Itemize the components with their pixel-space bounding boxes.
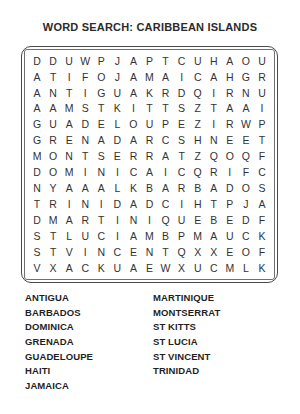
grid-cell: H [206, 53, 222, 69]
grid-cell: C [109, 244, 125, 260]
grid-cell: I [158, 165, 174, 181]
grid-cell: N [141, 244, 157, 260]
grid-cell: U [61, 53, 77, 69]
grid-cell: R [222, 85, 238, 101]
grid-cell: G [93, 85, 109, 101]
grid-cell: R [254, 69, 270, 85]
grid-cell: D [238, 212, 254, 228]
grid-cell: I [109, 165, 125, 181]
grid-cell: O [45, 165, 61, 181]
grid-cell: D [222, 180, 238, 196]
grid-cell: I [77, 85, 93, 101]
grid-cell: P [158, 117, 174, 133]
grid-cell: N [93, 244, 109, 260]
grid-cell: T [158, 101, 174, 117]
grid-cell: R [174, 180, 190, 196]
grid-cell: D [29, 212, 45, 228]
grid-cell: A [222, 101, 238, 117]
grid-cell: I [77, 244, 93, 260]
grid-cell: R [125, 149, 141, 165]
grid-cell: T [206, 196, 222, 212]
grid-cell: C [254, 165, 270, 181]
grid-cell: P [222, 196, 238, 212]
grid-cell: N [61, 149, 77, 165]
grid-cell: N [125, 212, 141, 228]
grid-cell: M [190, 228, 206, 244]
grid-cell: Q [238, 149, 254, 165]
grid-cell: R [77, 212, 93, 228]
grid-cell: R [206, 165, 222, 181]
grid-cell: X [190, 244, 206, 260]
grid-cell: I [61, 196, 77, 212]
grid-cell: T [254, 133, 270, 149]
grid-cell: E [125, 244, 141, 260]
grid-cell: X [206, 244, 222, 260]
grid-cell: I [174, 196, 190, 212]
grid-cell: D [45, 53, 61, 69]
grid-cell: N [206, 133, 222, 149]
grid-cell: L [61, 228, 77, 244]
puzzle-grid-frame: DDUWPJAPTCUHAOUATIFOJAMAICAHGRANTIGUAKRD… [21, 46, 278, 283]
grid-cell: I [93, 196, 109, 212]
grid-cell: T [158, 53, 174, 69]
grid-cell: U [190, 260, 206, 276]
grid-cell: A [222, 53, 238, 69]
word-list-item: MARTINIQUE [153, 291, 220, 306]
grid-cell: E [109, 149, 125, 165]
grid-cell: G [29, 133, 45, 149]
grid-cell: S [254, 180, 270, 196]
grid-cell: F [77, 69, 93, 85]
grid-cell: T [29, 196, 45, 212]
grid-cell: R [222, 117, 238, 133]
grid-cell: C [174, 53, 190, 69]
word-list-item: ANTIGUA [25, 291, 93, 306]
grid-cell: O [125, 117, 141, 133]
grid-cell: Z [190, 117, 206, 133]
grid-cell: S [93, 149, 109, 165]
grid-cell: A [125, 196, 141, 212]
word-list-item: ST LUCIA [153, 335, 220, 350]
grid-cell: M [61, 165, 77, 181]
grid-cell: A [77, 180, 93, 196]
grid-cell: Q [174, 244, 190, 260]
grid-cell: U [254, 53, 270, 69]
grid-cell: F [238, 165, 254, 181]
grid-cell: D [29, 53, 45, 69]
grid-cell: U [109, 260, 125, 276]
grid-cell: A [93, 133, 109, 149]
grid-cell: H [222, 69, 238, 85]
grid-cell: W [158, 260, 174, 276]
grid-cell: A [125, 69, 141, 85]
grid-cell: D [174, 85, 190, 101]
grid-cell: A [158, 149, 174, 165]
grid-cell: A [254, 196, 270, 212]
word-list-item: HAITI [25, 364, 93, 379]
grid-cell: A [29, 69, 45, 85]
grid-cell: B [190, 180, 206, 196]
grid-cell: D [29, 165, 45, 181]
grid-cell: A [29, 85, 45, 101]
grid-cell: T [93, 101, 109, 117]
grid-cell: H [190, 196, 206, 212]
grid-cell: A [93, 180, 109, 196]
grid-cell: R [141, 133, 157, 149]
word-search-page: WORD SEARCH: CARIBBEAN ISLANDS DDUWPJAPT… [0, 0, 300, 414]
puzzle-grid-inner-frame: DDUWPJAPTCUHAOUATIFOJAMAICAHGRANTIGUAKRD… [24, 49, 275, 280]
grid-cell: Q [206, 149, 222, 165]
grid-cell: O [238, 244, 254, 260]
grid-cell: B [141, 180, 157, 196]
grid-cell: P [254, 117, 270, 133]
grid-cell: E [174, 117, 190, 133]
grid-cell: P [93, 53, 109, 69]
grid-cell: P [174, 228, 190, 244]
grid-cell: W [238, 117, 254, 133]
grid-cell: M [29, 149, 45, 165]
grid-cell: X [174, 260, 190, 276]
grid-cell: I [174, 69, 190, 85]
grid-cell: T [206, 101, 222, 117]
grid-cell: L [109, 117, 125, 133]
word-list-item: GUADELOUPE [25, 350, 93, 365]
grid-cell: T [77, 149, 93, 165]
grid-cell: T [174, 149, 190, 165]
grid-cell: S [174, 101, 190, 117]
letter-grid: DDUWPJAPTCUHAOUATIFOJAMAICAHGRANTIGUAKRD… [29, 53, 270, 276]
grid-cell: E [93, 117, 109, 133]
grid-cell: C [238, 228, 254, 244]
grid-cell: U [254, 85, 270, 101]
grid-cell: A [158, 180, 174, 196]
grid-cell: T [45, 228, 61, 244]
word-list-left-column: ANTIGUABARBADOSDOMINICAGRENADAGUADELOUPE… [25, 291, 93, 394]
grid-cell: Q [158, 212, 174, 228]
grid-cell: O [45, 149, 61, 165]
grid-cell: C [77, 260, 93, 276]
grid-cell: I [222, 165, 238, 181]
grid-cell: A [125, 260, 141, 276]
grid-cell: V [61, 244, 77, 260]
grid-cell: I [141, 212, 157, 228]
grid-cell: S [174, 133, 190, 149]
grid-cell: A [61, 180, 77, 196]
grid-cell: W [77, 53, 93, 69]
grid-cell: D [109, 196, 125, 212]
grid-cell: C [174, 165, 190, 181]
grid-cell: T [45, 244, 61, 260]
grid-cell: O [238, 180, 254, 196]
grid-cell: E [190, 212, 206, 228]
grid-cell: C [158, 196, 174, 212]
grid-cell: H [190, 133, 206, 149]
grid-cell: D [77, 117, 93, 133]
grid-cell: A [61, 117, 77, 133]
grid-cell: K [254, 260, 270, 276]
grid-cell: C [206, 260, 222, 276]
grid-cell: Q [190, 165, 206, 181]
grid-cell: E [222, 133, 238, 149]
grid-cell: S [77, 101, 93, 117]
grid-cell: E [238, 133, 254, 149]
grid-cell: I [125, 101, 141, 117]
grid-cell: T [45, 69, 61, 85]
grid-cell: A [61, 260, 77, 276]
grid-cell: R [158, 85, 174, 101]
grid-cell: I [61, 69, 77, 85]
grid-cell: X [45, 260, 61, 276]
grid-cell: A [158, 69, 174, 85]
grid-cell: L [109, 180, 125, 196]
grid-cell: U [141, 117, 157, 133]
grid-cell: G [238, 69, 254, 85]
grid-cell: N [93, 165, 109, 181]
grid-cell: K [141, 85, 157, 101]
grid-cell: O [238, 53, 254, 69]
grid-cell: N [77, 196, 93, 212]
grid-cell: I [206, 117, 222, 133]
grid-cell: B [158, 228, 174, 244]
grid-cell: I [109, 228, 125, 244]
grid-cell: F [254, 212, 270, 228]
grid-cell: E [222, 244, 238, 260]
grid-cell: C [190, 69, 206, 85]
word-list-item: MONTSERRAT [153, 306, 220, 321]
grid-cell: A [125, 228, 141, 244]
word-list-item: ST KITTS [153, 320, 220, 335]
grid-cell: F [254, 244, 270, 260]
grid-cell: E [141, 260, 157, 276]
grid-cell: T [158, 244, 174, 260]
grid-cell: Y [45, 180, 61, 196]
grid-cell: I [254, 101, 270, 117]
grid-cell: Q [190, 85, 206, 101]
word-list-item: JAMAICA [25, 379, 93, 394]
grid-cell: K [93, 260, 109, 276]
grid-cell: B [206, 212, 222, 228]
grid-cell: A [125, 133, 141, 149]
grid-cell: V [29, 260, 45, 276]
grid-cell: N [29, 180, 45, 196]
grid-cell: U [45, 117, 61, 133]
grid-cell: U [174, 212, 190, 228]
grid-cell: K [254, 228, 270, 244]
grid-cell: E [222, 212, 238, 228]
grid-cell: M [61, 101, 77, 117]
grid-cell: A [206, 180, 222, 196]
grid-cell: N [238, 85, 254, 101]
grid-cell: A [125, 53, 141, 69]
grid-cell: I [206, 85, 222, 101]
grid-cell: U [222, 228, 238, 244]
grid-cell: P [141, 53, 157, 69]
word-list-item: TRINIDAD [153, 364, 220, 379]
grid-cell: K [125, 180, 141, 196]
grid-cell: C [125, 165, 141, 181]
grid-cell: A [29, 101, 45, 117]
grid-cell: Z [190, 149, 206, 165]
grid-cell: C [158, 133, 174, 149]
word-list-item: BARBADOS [25, 306, 93, 321]
grid-cell: M [222, 260, 238, 276]
word-list-item: ST VINCENT [153, 350, 220, 365]
grid-cell: N [45, 85, 61, 101]
grid-cell: D [141, 196, 157, 212]
grid-cell: A [238, 101, 254, 117]
grid-cell: J [109, 53, 125, 69]
grid-cell: A [61, 212, 77, 228]
grid-cell: A [125, 85, 141, 101]
grid-cell: S [29, 244, 45, 260]
grid-cell: T [141, 101, 157, 117]
grid-cell: I [77, 165, 93, 181]
grid-cell: G [29, 117, 45, 133]
grid-cell: F [254, 149, 270, 165]
grid-cell: A [206, 228, 222, 244]
grid-cell: E [61, 133, 77, 149]
grid-cell: J [109, 69, 125, 85]
grid-cell: M [141, 228, 157, 244]
grid-cell: O [93, 69, 109, 85]
grid-cell: T [93, 212, 109, 228]
word-list-item: GRENADA [25, 335, 93, 350]
word-list-right-column: MARTINIQUEMONTSERRATST KITTSST LUCIAST V… [153, 291, 220, 379]
grid-cell: U [190, 53, 206, 69]
grid-cell: R [45, 196, 61, 212]
grid-cell: S [29, 228, 45, 244]
grid-cell: M [141, 69, 157, 85]
grid-cell: R [45, 133, 61, 149]
grid-cell: A [45, 101, 61, 117]
grid-cell: A [141, 165, 157, 181]
page-title: WORD SEARCH: CARIBBEAN ISLANDS [0, 21, 300, 33]
grid-cell: K [109, 101, 125, 117]
grid-cell: O [222, 149, 238, 165]
grid-cell: R [141, 149, 157, 165]
grid-cell: I [109, 212, 125, 228]
grid-cell: Z [190, 101, 206, 117]
grid-cell: N [77, 133, 93, 149]
grid-cell: L [238, 260, 254, 276]
grid-cell: U [109, 85, 125, 101]
word-list-item: DOMINICA [25, 320, 93, 335]
grid-cell: M [45, 212, 61, 228]
grid-cell: A [206, 69, 222, 85]
grid-cell: J [238, 196, 254, 212]
grid-cell: D [109, 133, 125, 149]
grid-cell: T [61, 85, 77, 101]
grid-cell: U [77, 228, 93, 244]
grid-cell: C [93, 228, 109, 244]
